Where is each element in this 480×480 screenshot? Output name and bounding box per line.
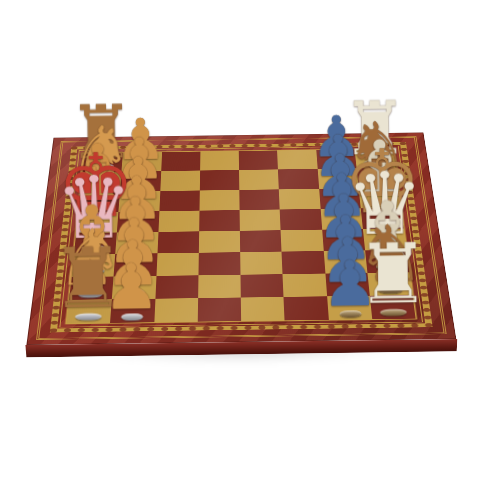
- square-r6c5: [283, 273, 327, 296]
- square-r6c3: [198, 274, 241, 298]
- square-r6c6: [325, 273, 370, 296]
- square-r1c1: [120, 171, 161, 191]
- square-r2c0: [78, 191, 120, 212]
- square-r7c4: [241, 297, 285, 321]
- square-r3c3: [199, 210, 240, 231]
- square-r2c6: [319, 188, 361, 209]
- square-r1c0: [80, 172, 121, 192]
- square-r0c7: [354, 149, 395, 169]
- board-top-face: [26, 133, 456, 345]
- photo-stage: ♜♞♝♚♛♝♞♜♟♟♟♟♟♟♟♟♟♟♟♟♟♟♟♟♜♞♝♚♛♝♞♜: [0, 0, 480, 480]
- square-r4c1: [115, 232, 158, 254]
- square-r7c7: [370, 295, 416, 319]
- square-r5c4: [240, 252, 283, 275]
- square-r4c0: [74, 232, 117, 254]
- square-r7c3: [198, 297, 242, 321]
- square-r4c7: [363, 228, 407, 250]
- square-r5c5: [282, 251, 325, 274]
- square-r1c2: [160, 171, 200, 191]
- square-r4c5: [281, 230, 324, 252]
- square-r7c6: [327, 296, 372, 320]
- square-r0c6: [316, 149, 357, 169]
- square-r5c3: [198, 252, 240, 275]
- square-r0c4: [239, 150, 278, 170]
- square-r0c5: [277, 150, 317, 170]
- square-r4c4: [240, 230, 282, 252]
- square-r1c5: [278, 169, 319, 189]
- square-r0c3: [200, 151, 239, 171]
- square-r3c5: [280, 209, 322, 230]
- square-r4c6: [322, 229, 365, 251]
- chess-board: ♜♞♝♚♛♝♞♜♟♟♟♟♟♟♟♟♟♟♟♟♟♟♟♟♜♞♝♚♛♝♞♜: [26, 133, 456, 345]
- square-r0c1: [122, 152, 162, 172]
- square-r7c0: [67, 299, 112, 323]
- square-r1c3: [200, 170, 240, 190]
- square-r0c0: [83, 153, 124, 173]
- square-r2c7: [358, 187, 400, 208]
- square-r1c4: [239, 170, 279, 190]
- square-r3c6: [320, 208, 362, 229]
- square-r0c2: [161, 152, 200, 172]
- square-r5c2: [156, 253, 199, 276]
- square-r3c0: [76, 212, 119, 233]
- square-r4c3: [199, 231, 241, 253]
- square-r3c1: [117, 211, 159, 232]
- square-r2c3: [199, 190, 239, 211]
- board-tilt-wrapper: ♜♞♝♚♛♝♞♜♟♟♟♟♟♟♟♟♟♟♟♟♟♟♟♟♜♞♝♚♛♝♞♜: [0, 0, 480, 480]
- square-r5c0: [72, 254, 116, 277]
- square-r5c1: [114, 253, 157, 276]
- square-r3c7: [361, 208, 404, 229]
- square-r6c2: [155, 275, 198, 299]
- square-r2c4: [239, 189, 280, 210]
- square-r3c2: [158, 210, 199, 231]
- square-r2c1: [119, 191, 160, 212]
- square-r6c0: [69, 276, 114, 300]
- square-r2c5: [279, 189, 320, 210]
- square-r6c1: [112, 276, 156, 300]
- square-r3c4: [240, 209, 281, 230]
- square-r6c7: [367, 272, 412, 295]
- square-r5c7: [365, 250, 410, 273]
- square-r1c6: [317, 168, 358, 188]
- square-r2c2: [159, 190, 200, 211]
- square-r4c2: [157, 231, 199, 253]
- scene-3d: ♜♞♝♚♛♝♞♜♟♟♟♟♟♟♟♟♟♟♟♟♟♟♟♟♜♞♝♚♛♝♞♜: [0, 0, 480, 480]
- square-r1c7: [356, 168, 398, 188]
- square-r7c5: [284, 296, 329, 320]
- square-r7c1: [110, 299, 155, 323]
- board-grid: [67, 149, 416, 324]
- square-r7c2: [154, 298, 198, 322]
- square-r6c4: [240, 274, 283, 297]
- square-r5c6: [323, 251, 367, 274]
